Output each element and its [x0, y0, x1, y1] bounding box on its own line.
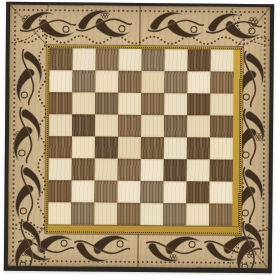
board-square[interactable]	[95, 137, 118, 159]
board-square[interactable]	[72, 158, 95, 180]
board-square[interactable]	[94, 203, 117, 225]
board-square[interactable]	[187, 159, 210, 181]
board-square[interactable]	[209, 182, 232, 204]
board-square[interactable]	[141, 115, 164, 137]
board-square[interactable]	[210, 72, 233, 94]
board-square[interactable]	[118, 71, 141, 93]
board-square[interactable]	[140, 203, 163, 225]
board-square[interactable]	[163, 181, 186, 203]
board-square[interactable]	[95, 159, 118, 181]
board-square[interactable]	[141, 159, 164, 181]
board-square[interactable]	[49, 114, 72, 136]
board-square[interactable]	[210, 138, 233, 160]
board-square[interactable]	[118, 159, 141, 181]
board-square[interactable]	[50, 48, 73, 70]
board-square[interactable]	[95, 93, 118, 115]
board-square[interactable]	[140, 181, 163, 203]
board-square[interactable]	[117, 203, 140, 225]
board-square[interactable]	[49, 70, 72, 92]
board-square[interactable]	[48, 180, 71, 202]
board-square[interactable]	[188, 49, 211, 71]
board-square[interactable]	[118, 115, 141, 137]
board-square[interactable]	[164, 71, 187, 93]
board-square[interactable]	[210, 160, 233, 182]
board-square[interactable]	[96, 49, 119, 71]
board-square[interactable]	[141, 71, 164, 93]
board-square[interactable]	[49, 92, 72, 114]
board-square[interactable]	[187, 93, 210, 115]
board-square[interactable]	[118, 93, 141, 115]
playing-area	[48, 48, 240, 226]
board-square[interactable]	[71, 202, 94, 224]
board-square[interactable]	[49, 158, 72, 180]
photo-background	[0, 0, 280, 280]
board-square[interactable]	[118, 137, 141, 159]
board-square[interactable]	[163, 203, 186, 225]
board-square[interactable]	[187, 115, 210, 137]
board-square[interactable]	[119, 49, 142, 71]
board-square[interactable]	[209, 204, 232, 226]
board-square[interactable]	[117, 181, 140, 203]
board-square[interactable]	[187, 137, 210, 159]
board-square[interactable]	[211, 50, 234, 72]
board-square[interactable]	[141, 137, 164, 159]
board-square[interactable]	[142, 49, 165, 71]
board-square[interactable]	[164, 93, 187, 115]
board-square[interactable]	[72, 136, 95, 158]
board-square[interactable]	[186, 181, 209, 203]
board-square[interactable]	[210, 116, 233, 138]
chessboard	[4, 2, 274, 273]
board-square[interactable]	[71, 180, 94, 202]
board-square[interactable]	[73, 48, 96, 70]
board-square[interactable]	[164, 159, 187, 181]
board-square[interactable]	[164, 137, 187, 159]
board-square[interactable]	[186, 203, 209, 225]
board-square[interactable]	[141, 93, 164, 115]
board-square[interactable]	[95, 71, 118, 93]
board-square[interactable]	[187, 71, 210, 93]
board-square[interactable]	[49, 136, 72, 158]
board-square[interactable]	[164, 115, 187, 137]
board-square[interactable]	[210, 94, 233, 116]
board-square[interactable]	[72, 114, 95, 136]
board-square[interactable]	[94, 181, 117, 203]
board-square[interactable]	[72, 92, 95, 114]
board-square[interactable]	[72, 70, 95, 92]
board-square[interactable]	[48, 202, 71, 224]
board-square[interactable]	[165, 49, 188, 71]
gold-trim	[45, 45, 243, 235]
board-square[interactable]	[95, 115, 118, 137]
